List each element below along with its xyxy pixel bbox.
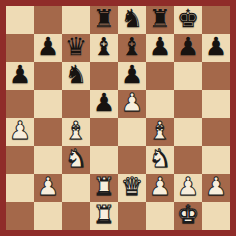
square-b5[interactable] (34, 90, 62, 118)
black-king: ♚ (177, 6, 199, 33)
square-f1[interactable] (146, 202, 174, 230)
square-h6[interactable] (202, 62, 230, 90)
square-f8[interactable]: ♜ (146, 6, 174, 34)
square-g4[interactable] (174, 118, 202, 146)
black-pawn: ♟ (93, 90, 115, 117)
square-a3[interactable] (6, 146, 34, 174)
black-knight: ♞ (121, 6, 143, 33)
square-e7[interactable]: ♝ (118, 34, 146, 62)
square-a6[interactable]: ♟ (6, 62, 34, 90)
square-f2[interactable]: ♟ (146, 174, 174, 202)
square-b8[interactable] (34, 6, 62, 34)
square-b7[interactable]: ♟ (34, 34, 62, 62)
black-pawn: ♟ (121, 62, 143, 89)
square-f6[interactable] (146, 62, 174, 90)
black-pawn: ♟ (37, 34, 59, 61)
square-e6[interactable]: ♟ (118, 62, 146, 90)
square-h2[interactable]: ♟ (202, 174, 230, 202)
white-queen: ♛ (121, 174, 143, 201)
square-h4[interactable] (202, 118, 230, 146)
black-queen: ♛ (65, 34, 87, 61)
square-g2[interactable]: ♟ (174, 174, 202, 202)
square-d1[interactable]: ♜ (90, 202, 118, 230)
square-g5[interactable] (174, 90, 202, 118)
square-d3[interactable] (90, 146, 118, 174)
square-a4[interactable]: ♟ (6, 118, 34, 146)
white-rook: ♜ (93, 174, 115, 201)
white-knight: ♞ (65, 146, 87, 173)
white-pawn: ♟ (37, 174, 59, 201)
square-g3[interactable] (174, 146, 202, 174)
square-c8[interactable] (62, 6, 90, 34)
white-knight: ♞ (149, 146, 171, 173)
square-a2[interactable] (6, 174, 34, 202)
black-rook: ♜ (149, 6, 171, 33)
square-c6[interactable]: ♞ (62, 62, 90, 90)
square-b1[interactable] (34, 202, 62, 230)
white-bishop: ♝ (65, 118, 87, 145)
white-pawn: ♟ (149, 174, 171, 201)
square-c5[interactable] (62, 90, 90, 118)
black-rook: ♜ (93, 6, 115, 33)
square-c4[interactable]: ♝ (62, 118, 90, 146)
black-pawn: ♟ (177, 34, 199, 61)
square-a8[interactable] (6, 6, 34, 34)
square-e3[interactable] (118, 146, 146, 174)
square-b2[interactable]: ♟ (34, 174, 62, 202)
square-d2[interactable]: ♜ (90, 174, 118, 202)
white-pawn: ♟ (205, 174, 227, 201)
square-g8[interactable]: ♚ (174, 6, 202, 34)
square-e8[interactable]: ♞ (118, 6, 146, 34)
square-h1[interactable] (202, 202, 230, 230)
square-f5[interactable] (146, 90, 174, 118)
square-b6[interactable] (34, 62, 62, 90)
square-f4[interactable]: ♝ (146, 118, 174, 146)
square-c1[interactable] (62, 202, 90, 230)
square-e1[interactable] (118, 202, 146, 230)
square-a5[interactable] (6, 90, 34, 118)
square-e4[interactable] (118, 118, 146, 146)
square-h3[interactable] (202, 146, 230, 174)
square-g6[interactable] (174, 62, 202, 90)
black-knight: ♞ (65, 62, 87, 89)
square-b3[interactable] (34, 146, 62, 174)
square-h5[interactable] (202, 90, 230, 118)
square-h8[interactable] (202, 6, 230, 34)
white-king: ♚ (177, 202, 199, 229)
square-d7[interactable]: ♝ (90, 34, 118, 62)
white-pawn: ♟ (121, 90, 143, 117)
white-bishop: ♝ (149, 118, 171, 145)
white-pawn: ♟ (9, 118, 31, 145)
square-d5[interactable]: ♟ (90, 90, 118, 118)
chess-board-grid: ♜♞♜♚♟♛♝♝♟♟♟♟♞♟♟♟♟♝♝♞♞♟♜♛♟♟♟♜♚ (6, 6, 230, 230)
white-rook: ♜ (93, 202, 115, 229)
chess-board: ♜♞♜♚♟♛♝♝♟♟♟♟♞♟♟♟♟♝♝♞♞♟♜♛♟♟♟♜♚ (0, 0, 236, 236)
black-pawn: ♟ (9, 62, 31, 89)
square-d4[interactable] (90, 118, 118, 146)
square-h7[interactable]: ♟ (202, 34, 230, 62)
black-pawn: ♟ (149, 34, 171, 61)
square-d8[interactable]: ♜ (90, 6, 118, 34)
square-g1[interactable]: ♚ (174, 202, 202, 230)
square-e5[interactable]: ♟ (118, 90, 146, 118)
square-b4[interactable] (34, 118, 62, 146)
square-g7[interactable]: ♟ (174, 34, 202, 62)
square-c3[interactable]: ♞ (62, 146, 90, 174)
square-a7[interactable] (6, 34, 34, 62)
square-f7[interactable]: ♟ (146, 34, 174, 62)
square-c2[interactable] (62, 174, 90, 202)
square-f3[interactable]: ♞ (146, 146, 174, 174)
black-pawn: ♟ (205, 34, 227, 61)
square-d6[interactable] (90, 62, 118, 90)
black-bishop: ♝ (121, 34, 143, 61)
square-a1[interactable] (6, 202, 34, 230)
square-c7[interactable]: ♛ (62, 34, 90, 62)
square-e2[interactable]: ♛ (118, 174, 146, 202)
black-bishop: ♝ (93, 34, 115, 61)
white-pawn: ♟ (177, 174, 199, 201)
